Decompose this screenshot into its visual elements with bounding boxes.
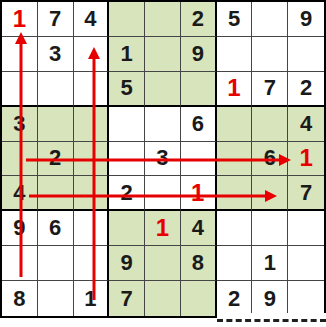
cell-r2c3[interactable] [74, 37, 110, 72]
cell-r9c7[interactable]: 2 [217, 281, 253, 316]
cell-r2c4[interactable]: 1 [109, 37, 145, 72]
cell-r3c3[interactable] [74, 72, 110, 107]
cell-r9c2[interactable] [38, 281, 74, 316]
cell-r4c7[interactable] [217, 107, 253, 142]
cell-r3c9[interactable]: 2 [288, 72, 324, 107]
cell-r8c5[interactable] [145, 246, 181, 281]
cell-r1c8[interactable] [252, 2, 288, 37]
cell-r8c2[interactable] [38, 246, 74, 281]
cell-r1c5[interactable] [145, 2, 181, 37]
cell-r2c9[interactable] [288, 37, 324, 72]
cell-r8c7[interactable] [217, 246, 253, 281]
cell-r9c5[interactable] [145, 281, 181, 316]
cell-r4c3[interactable] [74, 107, 110, 142]
cell-r8c8[interactable]: 1 [252, 246, 288, 281]
cell-r8c6[interactable]: 8 [181, 246, 217, 281]
cell-r6c9[interactable]: 7 [288, 176, 324, 211]
cell-r7c7[interactable] [217, 211, 253, 246]
cell-r1c2[interactable]: 7 [38, 2, 74, 37]
cell-r3c2[interactable] [38, 72, 74, 107]
cell-r8c9[interactable] [288, 246, 324, 281]
cell-r3c8[interactable]: 7 [252, 72, 288, 107]
cell-r2c7[interactable] [217, 37, 253, 72]
cell-r5c9[interactable]: 1 [288, 142, 324, 177]
cell-r8c1[interactable] [2, 246, 38, 281]
cell-r7c8[interactable] [252, 211, 288, 246]
cell-r6c2[interactable] [38, 176, 74, 211]
cell-r3c7[interactable]: 1 [217, 72, 253, 107]
cell-r5c4[interactable] [109, 142, 145, 177]
cell-r4c9[interactable]: 4 [288, 107, 324, 142]
cell-r9c6[interactable] [181, 281, 217, 316]
sudoku-board: 174259319517236423614217961498181729 [0, 0, 326, 318]
cell-r7c5[interactable]: 1 [145, 211, 181, 246]
cell-r7c2[interactable]: 6 [38, 211, 74, 246]
cell-r2c5[interactable] [145, 37, 181, 72]
cell-r9c8[interactable]: 9 [252, 281, 288, 316]
cell-r1c7[interactable]: 5 [217, 2, 253, 37]
cell-r2c2[interactable]: 3 [38, 37, 74, 72]
cell-r1c9[interactable]: 9 [288, 2, 324, 37]
cell-r8c4[interactable]: 9 [109, 246, 145, 281]
cell-r6c7[interactable] [217, 176, 253, 211]
cell-r4c8[interactable] [252, 107, 288, 142]
cell-r5c7[interactable] [217, 142, 253, 177]
cell-r4c5[interactable] [145, 107, 181, 142]
cell-r6c4[interactable]: 2 [109, 176, 145, 211]
cell-r4c1[interactable]: 3 [2, 107, 38, 142]
cell-r2c1[interactable] [2, 37, 38, 72]
cell-r4c4[interactable] [109, 107, 145, 142]
cell-r5c3[interactable] [74, 142, 110, 177]
cell-r9c9[interactable] [288, 281, 324, 316]
cell-r2c6[interactable]: 9 [181, 37, 217, 72]
cell-r1c1[interactable]: 1 [2, 2, 38, 37]
cell-r6c5[interactable] [145, 176, 181, 211]
cell-r6c1[interactable]: 4 [2, 176, 38, 211]
sudoku-screenshot: 174259319517236423614217961498181729 [0, 0, 326, 327]
cell-r9c1[interactable]: 8 [2, 281, 38, 316]
cell-r9c4[interactable]: 7 [109, 281, 145, 316]
cell-r3c4[interactable]: 5 [109, 72, 145, 107]
cell-r1c3[interactable]: 4 [74, 2, 110, 37]
cell-r3c5[interactable] [145, 72, 181, 107]
cell-r3c6[interactable] [181, 72, 217, 107]
cell-r7c9[interactable] [288, 211, 324, 246]
cell-r5c5[interactable]: 3 [145, 142, 181, 177]
dashed-border-segment [217, 313, 326, 322]
cell-r3c1[interactable] [2, 72, 38, 107]
cell-r7c4[interactable] [109, 211, 145, 246]
cell-r1c6[interactable]: 2 [181, 2, 217, 37]
cell-r4c2[interactable] [38, 107, 74, 142]
cell-r6c3[interactable] [74, 176, 110, 211]
cell-r4c6[interactable]: 6 [181, 107, 217, 142]
cell-r6c8[interactable] [252, 176, 288, 211]
cell-r8c3[interactable] [74, 246, 110, 281]
cell-r5c2[interactable]: 2 [38, 142, 74, 177]
cell-r9c3[interactable]: 1 [74, 281, 110, 316]
cell-r2c8[interactable] [252, 37, 288, 72]
cell-r7c6[interactable]: 4 [181, 211, 217, 246]
cell-r5c1[interactable] [2, 142, 38, 177]
cell-r1c4[interactable] [109, 2, 145, 37]
cell-r5c6[interactable] [181, 142, 217, 177]
cell-r7c1[interactable]: 9 [2, 211, 38, 246]
cell-r7c3[interactable] [74, 211, 110, 246]
cell-r6c6[interactable]: 1 [181, 176, 217, 211]
cell-r5c8[interactable]: 6 [252, 142, 288, 177]
